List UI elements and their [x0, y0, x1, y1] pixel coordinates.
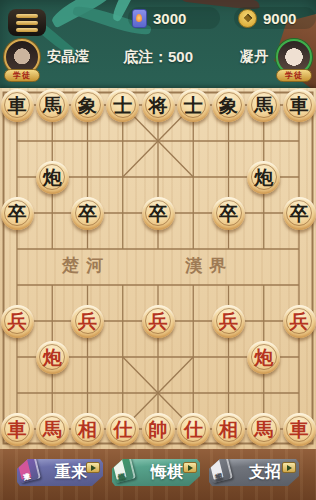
- piece-black-象-r0c2[interactable]: 象: [71, 89, 104, 122]
- piece-red-馬-r9c1[interactable]: 馬: [36, 413, 69, 446]
- game-screen: 3000 9000 学徒 安晶滢 底注：500 凝丹 学徒: [0, 0, 316, 500]
- piece-red-車-r9c8[interactable]: 車: [283, 413, 316, 446]
- undo-button-label: 悔棋: [151, 463, 183, 480]
- hint-book-icon: 支招: [206, 452, 233, 483]
- piece-black-卒-r3c4[interactable]: 卒: [142, 197, 175, 230]
- restart-button[interactable]: 重来重来: [17, 459, 103, 486]
- piece-black-馬-r0c7[interactable]: 馬: [247, 89, 280, 122]
- river-label-right: 漢界: [185, 254, 233, 277]
- ad-play-badge[interactable]: [282, 462, 296, 473]
- piece-black-卒-r3c8[interactable]: 卒: [283, 197, 316, 230]
- piece-black-士-r0c5[interactable]: 士: [177, 89, 210, 122]
- piece-red-仕-r9c5[interactable]: 仕: [177, 413, 210, 446]
- ad-play-badge[interactable]: [86, 462, 100, 473]
- hamburger-icon: [16, 14, 38, 18]
- play-icon: [287, 465, 292, 471]
- piece-red-兵-r6c8[interactable]: 兵: [283, 305, 316, 338]
- piece-black-炮-r2c7[interactable]: 炮: [247, 161, 280, 194]
- piece-red-相-r9c6[interactable]: 相: [212, 413, 245, 446]
- bamboo-leaf-decoration: [49, 0, 122, 28]
- piece-red-兵-r6c4[interactable]: 兵: [142, 305, 175, 338]
- undo-button[interactable]: 悔棋悔棋: [112, 459, 200, 486]
- piece-red-帥-r9c4[interactable]: 帥: [142, 413, 175, 446]
- right-player-name: 凝丹: [240, 48, 268, 66]
- piece-red-兵-r6c0[interactable]: 兵: [1, 305, 34, 338]
- piece-black-車-r0c0[interactable]: 車: [1, 89, 34, 122]
- hint-button-label: 支招: [249, 463, 281, 480]
- undo-book-icon: 悔棋: [109, 452, 136, 483]
- coin-icon: [238, 9, 257, 28]
- menu-button[interactable]: [8, 9, 46, 36]
- card-icon: [132, 9, 147, 28]
- action-bar: 重来重来悔棋悔棋支招支招: [0, 457, 316, 487]
- card-currency-value: 3000: [153, 10, 186, 27]
- piece-black-将-r0c4[interactable]: 将: [142, 89, 175, 122]
- rank-badge-right: 学徒: [276, 69, 312, 82]
- piece-black-象-r0c6[interactable]: 象: [212, 89, 245, 122]
- rank-badge-left: 学徒: [4, 69, 40, 82]
- coin-currency-value: 9000: [263, 10, 296, 27]
- hint-button[interactable]: 支招支招: [209, 459, 299, 486]
- piece-black-馬-r0c1[interactable]: 馬: [36, 89, 69, 122]
- ad-play-badge[interactable]: [183, 462, 197, 473]
- hamburger-icon: [16, 21, 38, 25]
- book-ribbon-label: 悔棋: [111, 456, 126, 480]
- piece-red-炮-r7c7[interactable]: 炮: [247, 341, 280, 374]
- board-grid: [0, 88, 316, 449]
- piece-black-卒-r3c6[interactable]: 卒: [212, 197, 245, 230]
- restart-button-label: 重来: [55, 463, 87, 480]
- piece-black-士-r0c3[interactable]: 士: [106, 89, 139, 122]
- piece-black-車-r0c8[interactable]: 車: [283, 89, 316, 122]
- book-ribbon-label: 支招: [208, 456, 223, 480]
- piece-black-炮-r2c1[interactable]: 炮: [36, 161, 69, 194]
- book-ribbon-label: 重来: [16, 456, 31, 480]
- piece-black-卒-r3c2[interactable]: 卒: [71, 197, 104, 230]
- piece-red-相-r9c2[interactable]: 相: [71, 413, 104, 446]
- piece-red-兵-r6c6[interactable]: 兵: [212, 305, 245, 338]
- play-icon: [91, 465, 96, 471]
- hamburger-icon: [16, 28, 38, 32]
- piece-red-車-r9c0[interactable]: 車: [1, 413, 34, 446]
- piece-black-卒-r3c0[interactable]: 卒: [1, 197, 34, 230]
- piece-red-兵-r6c2[interactable]: 兵: [71, 305, 104, 338]
- play-icon: [188, 465, 193, 471]
- piece-red-炮-r7c1[interactable]: 炮: [36, 341, 69, 374]
- coin-currency[interactable]: 9000: [234, 7, 316, 29]
- xiangqi-board[interactable]: 楚河 漢界 車馬象士将士象馬車炮炮卒卒卒卒卒兵兵兵兵兵炮炮車馬相仕帥仕相馬車: [0, 88, 316, 449]
- piece-red-仕-r9c3[interactable]: 仕: [106, 413, 139, 446]
- piece-red-馬-r9c7[interactable]: 馬: [247, 413, 280, 446]
- card-currency[interactable]: 3000: [128, 7, 220, 29]
- stake-label: 底注：500: [0, 48, 316, 67]
- restart-book-icon: 重来: [14, 452, 41, 483]
- river-label-left: 楚河: [62, 254, 110, 277]
